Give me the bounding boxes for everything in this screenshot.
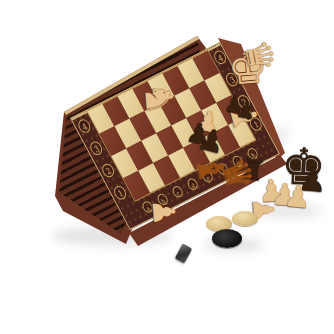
white-pawn-piece: ♟ [147, 197, 179, 226]
white-queen-piece: ♛ [238, 36, 280, 75]
tan-checker-disc [232, 211, 258, 226]
black-checker-disc [212, 229, 242, 248]
white-pawn-piece: ♟ [283, 181, 313, 214]
product-photo-stage: 44332211abcdefgh ♞♟♚♛♝♟♟♟♟♟♜♝♛♚♟♟♟♟♟ [0, 0, 334, 334]
white-knight-piece: ♞ [139, 80, 180, 117]
metal-clasp [175, 243, 193, 263]
black-pawn-piece: ♟ [234, 98, 257, 123]
